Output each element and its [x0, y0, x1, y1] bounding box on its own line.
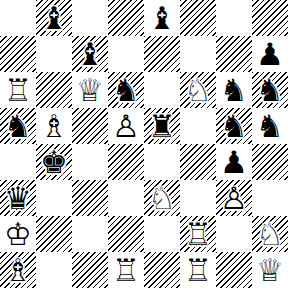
square-e5[interactable]: ♜ [144, 108, 180, 144]
square-b5[interactable]: ♝♗ [36, 108, 72, 144]
queen-glyph-outline: ♕ [252, 252, 288, 288]
queen-glyph-fill: ♛ [0, 180, 36, 216]
square-h3[interactable] [252, 180, 288, 216]
square-a8[interactable] [0, 0, 36, 36]
piece-white-rook: ♜♖ [0, 72, 36, 108]
piece-black-knight: ♞ [252, 108, 288, 144]
piece-black-bishop: ♝ [144, 0, 180, 36]
square-c5[interactable] [72, 108, 108, 144]
square-g6[interactable]: ♞ [216, 72, 252, 108]
pawn-glyph-fill: ♟ [252, 36, 288, 72]
piece-white-pawn: ♟♙ [216, 180, 252, 216]
square-h8[interactable] [252, 0, 288, 36]
piece-black-knight: ♞ [252, 72, 288, 108]
knight-glyph-fill: ♞ [252, 216, 288, 252]
bishop-glyph-fill: ♝ [72, 36, 108, 72]
piece-white-bishop: ♝♗ [36, 108, 72, 144]
piece-black-knight: ♞ [216, 72, 252, 108]
square-a6[interactable]: ♜♖ [0, 72, 36, 108]
bishop-glyph-fill: ♝ [144, 0, 180, 36]
square-d3[interactable] [108, 180, 144, 216]
square-d5[interactable]: ♟♙ [108, 108, 144, 144]
rook-glyph-fill: ♜ [144, 108, 180, 144]
square-b3[interactable] [36, 180, 72, 216]
piece-black-knight: ♞ [216, 108, 252, 144]
pawn-glyph-outline: ♙ [216, 180, 252, 216]
piece-white-bishop: ♝♗ [0, 252, 36, 288]
square-f7[interactable] [180, 36, 216, 72]
piece-black-queen: ♛ [0, 180, 36, 216]
square-c4[interactable] [72, 144, 108, 180]
king-glyph-fill: ♚ [0, 216, 36, 252]
square-a7[interactable] [0, 36, 36, 72]
pawn-glyph-fill: ♟ [216, 144, 252, 180]
piece-black-knight: ♞ [108, 72, 144, 108]
square-f6[interactable]: ♞♘ [180, 72, 216, 108]
rook-glyph-fill: ♜ [0, 72, 36, 108]
square-f8[interactable] [180, 0, 216, 36]
square-b7[interactable] [36, 36, 72, 72]
rook-glyph-outline: ♖ [180, 216, 216, 252]
square-c1[interactable] [72, 252, 108, 288]
piece-white-rook: ♜♖ [180, 252, 216, 288]
pawn-glyph-fill: ♟ [108, 108, 144, 144]
piece-black-pawn: ♟ [216, 144, 252, 180]
rook-glyph-fill: ♜ [180, 252, 216, 288]
knight-glyph-outline: ♘ [180, 72, 216, 108]
square-d1[interactable]: ♜♖ [108, 252, 144, 288]
piece-black-pawn: ♟ [252, 36, 288, 72]
square-g4[interactable]: ♟ [216, 144, 252, 180]
square-a2[interactable]: ♚♔ [0, 216, 36, 252]
square-a4[interactable] [0, 144, 36, 180]
piece-black-rook: ♜ [144, 108, 180, 144]
queen-glyph-fill: ♛ [252, 252, 288, 288]
square-a1[interactable]: ♝♗ [0, 252, 36, 288]
knight-glyph-fill: ♞ [252, 108, 288, 144]
pawn-glyph-fill: ♟ [216, 180, 252, 216]
square-h1[interactable]: ♛♕ [252, 252, 288, 288]
square-c6[interactable]: ♛♕ [72, 72, 108, 108]
square-a5[interactable]: ♞ [0, 108, 36, 144]
square-b6[interactable] [36, 72, 72, 108]
knight-glyph-fill: ♞ [252, 72, 288, 108]
piece-white-queen: ♛♕ [252, 252, 288, 288]
square-h6[interactable]: ♞ [252, 72, 288, 108]
square-e3[interactable]: ♞♘ [144, 180, 180, 216]
square-f5[interactable] [180, 108, 216, 144]
rook-glyph-fill: ♜ [180, 216, 216, 252]
bishop-glyph-fill: ♝ [0, 252, 36, 288]
rook-glyph-fill: ♜ [108, 252, 144, 288]
square-h7[interactable]: ♟ [252, 36, 288, 72]
square-g7[interactable] [216, 36, 252, 72]
piece-white-knight: ♞♘ [144, 180, 180, 216]
piece-white-queen: ♛♕ [72, 72, 108, 108]
queen-glyph-fill: ♛ [72, 72, 108, 108]
square-e8[interactable]: ♝ [144, 0, 180, 36]
square-e6[interactable] [144, 72, 180, 108]
square-c7[interactable]: ♝ [72, 36, 108, 72]
square-e4[interactable] [144, 144, 180, 180]
square-b8[interactable]: ♝ [36, 0, 72, 36]
knight-glyph-fill: ♞ [180, 72, 216, 108]
bishop-glyph-outline: ♗ [0, 252, 36, 288]
rook-glyph-outline: ♖ [0, 72, 36, 108]
square-f3[interactable] [180, 180, 216, 216]
knight-glyph-fill: ♞ [144, 180, 180, 216]
bishop-glyph-fill: ♝ [36, 0, 72, 36]
square-g5[interactable]: ♞ [216, 108, 252, 144]
square-d7[interactable] [108, 36, 144, 72]
knight-glyph-outline: ♘ [252, 216, 288, 252]
bishop-glyph-fill: ♝ [36, 108, 72, 144]
square-c3[interactable] [72, 180, 108, 216]
knight-glyph-fill: ♞ [216, 72, 252, 108]
square-e1[interactable] [144, 252, 180, 288]
square-g2[interactable] [216, 216, 252, 252]
square-f4[interactable] [180, 144, 216, 180]
knight-glyph-fill: ♞ [108, 72, 144, 108]
queen-glyph-outline: ♕ [72, 72, 108, 108]
square-e7[interactable] [144, 36, 180, 72]
square-b4[interactable]: ♚ [36, 144, 72, 180]
piece-white-king: ♚♔ [0, 216, 36, 252]
knight-glyph-fill: ♞ [216, 108, 252, 144]
square-e2[interactable] [144, 216, 180, 252]
rook-glyph-outline: ♖ [180, 252, 216, 288]
piece-white-rook: ♜♖ [180, 216, 216, 252]
square-h4[interactable] [252, 144, 288, 180]
square-a3[interactable]: ♛ [0, 180, 36, 216]
piece-black-bishop: ♝ [36, 0, 72, 36]
chess-board: ♝♝♝♟♜♖♛♕♞♞♘♞♞♞♝♗♟♙♜♞♞♚♟♛♞♘♟♙♚♔♜♖♞♘♝♗♜♖♜♖… [0, 0, 288, 288]
piece-white-pawn: ♟♙ [108, 108, 144, 144]
square-g8[interactable] [216, 0, 252, 36]
piece-black-knight: ♞ [0, 108, 36, 144]
square-d2[interactable] [108, 216, 144, 252]
knight-glyph-outline: ♘ [144, 180, 180, 216]
knight-glyph-fill: ♞ [0, 108, 36, 144]
piece-white-rook: ♜♖ [108, 252, 144, 288]
piece-black-bishop: ♝ [72, 36, 108, 72]
square-b2[interactable] [36, 216, 72, 252]
piece-black-king: ♚ [36, 144, 72, 180]
pawn-glyph-outline: ♙ [108, 108, 144, 144]
square-f1[interactable]: ♜♖ [180, 252, 216, 288]
square-d8[interactable] [108, 0, 144, 36]
rook-glyph-outline: ♖ [108, 252, 144, 288]
square-d4[interactable] [108, 144, 144, 180]
square-h5[interactable]: ♞ [252, 108, 288, 144]
square-g3[interactable]: ♟♙ [216, 180, 252, 216]
square-g1[interactable] [216, 252, 252, 288]
square-b1[interactable] [36, 252, 72, 288]
piece-white-knight: ♞♘ [180, 72, 216, 108]
king-glyph-outline: ♔ [0, 216, 36, 252]
piece-white-knight: ♞♘ [252, 216, 288, 252]
square-c2[interactable] [72, 216, 108, 252]
square-h2[interactable]: ♞♘ [252, 216, 288, 252]
square-d6[interactable]: ♞ [108, 72, 144, 108]
bishop-glyph-outline: ♗ [36, 108, 72, 144]
king-glyph-fill: ♚ [36, 144, 72, 180]
square-f2[interactable]: ♜♖ [180, 216, 216, 252]
square-c8[interactable] [72, 0, 108, 36]
